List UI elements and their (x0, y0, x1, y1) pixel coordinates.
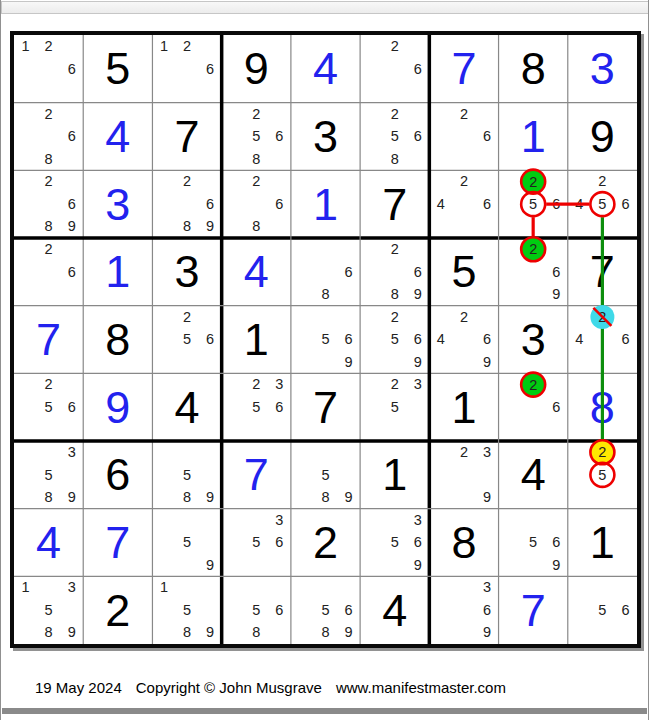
candidate-3 (545, 373, 568, 396)
cell-r9c6[interactable]: 4 (360, 576, 429, 644)
candidate-1 (499, 238, 522, 261)
candidate-3: 3 (406, 509, 429, 532)
cell-r2c1[interactable]: 268 (14, 103, 83, 171)
candidate-grid: 568 (222, 576, 291, 644)
candidate-1 (429, 576, 452, 599)
status-bar (2, 708, 647, 714)
candidate-grid: 26 (499, 373, 568, 441)
cell-r7c4[interactable]: 7 (222, 441, 291, 509)
cell-r8c2[interactable]: 7 (83, 509, 152, 577)
candidate-7 (14, 215, 37, 238)
candidate-4 (360, 58, 383, 81)
cell-r3c3[interactable]: 2689 (152, 170, 221, 238)
candidate-2: 2 (383, 103, 406, 126)
candidate-7 (499, 554, 522, 577)
candidate-7 (499, 215, 522, 238)
candidate-3 (475, 103, 498, 126)
cell-r6c8[interactable]: 26 (499, 373, 568, 441)
candidate-9: 9 (199, 215, 222, 238)
cell-r9c5[interactable]: 5689 (291, 576, 360, 644)
candidate-4 (14, 125, 37, 148)
candidate-3: 3 (475, 441, 498, 464)
candidate-9 (199, 80, 222, 103)
candidate-9 (475, 148, 498, 171)
cell-r8c8[interactable]: 569 (499, 509, 568, 577)
candidate-8 (383, 418, 406, 441)
candidate-3 (406, 35, 429, 58)
candidate-8: 8 (383, 283, 406, 306)
candidate-3 (268, 103, 291, 126)
candidate-6: 6 (337, 261, 360, 284)
candidate-8: 8 (176, 215, 199, 238)
candidate-7 (360, 80, 383, 103)
candidate-3 (337, 306, 360, 329)
candidate-2 (37, 441, 60, 464)
cell-r4c8[interactable]: 269 (499, 238, 568, 306)
title-bar (1, 1, 649, 14)
cell-r1c4[interactable]: 9 (222, 35, 291, 103)
cell-r6c5[interactable]: 7 (291, 373, 360, 441)
candidate-2: 2 (37, 35, 60, 58)
candidate-8 (383, 351, 406, 374)
candidate-5: 5 (37, 599, 60, 622)
candidate-9: 9 (406, 283, 429, 306)
candidate-3 (614, 170, 637, 193)
candidate-7 (568, 215, 591, 238)
cell-r4c2[interactable]: 1 (83, 238, 152, 306)
candidate-7 (152, 554, 175, 577)
candidate-6 (199, 531, 222, 554)
candidate-7 (499, 418, 522, 441)
cell-r8c1[interactable]: 4 (14, 509, 83, 577)
candidate-5: 5 (383, 531, 406, 554)
cell-value: 4 (14, 509, 83, 577)
candidate-4 (222, 193, 245, 216)
candidate-2: 2 (452, 441, 475, 464)
candidate-5: 5 (176, 464, 199, 487)
cell-r5c1[interactable]: 7 (14, 306, 83, 374)
cell-value: 1 (222, 306, 291, 374)
cell-r9c3[interactable]: 1589 (152, 576, 221, 644)
cell-r4c1[interactable]: 26 (14, 238, 83, 306)
candidate-9 (614, 215, 637, 238)
candidate-2: 2 (522, 170, 545, 193)
candidate-grid: 569 (499, 509, 568, 577)
footer-copyright: Copyright © John Musgrave (136, 679, 322, 696)
cell-value: 5 (83, 35, 152, 103)
candidate-7 (222, 148, 245, 171)
candidate-7 (14, 486, 37, 509)
cell-r9c1[interactable]: 13589 (14, 576, 83, 644)
candidate-4 (360, 531, 383, 554)
candidate-2: 2 (591, 441, 614, 464)
candidate-1 (14, 441, 37, 464)
candidate-6 (60, 464, 83, 487)
cell-r2c7[interactable]: 26 (429, 103, 498, 171)
cell-r2c3[interactable]: 7 (152, 103, 221, 171)
cell-r2c8[interactable]: 1 (499, 103, 568, 171)
cell-r3c2[interactable]: 3 (83, 170, 152, 238)
candidate-9: 9 (406, 554, 429, 577)
cell-r7c3[interactable]: 589 (152, 441, 221, 509)
candidate-6: 6 (406, 328, 429, 351)
candidate-1: 1 (14, 35, 37, 58)
candidate-1: 1 (14, 576, 37, 599)
cell-value: 9 (83, 373, 152, 441)
candidate-3 (545, 509, 568, 532)
candidate-5: 5 (37, 464, 60, 487)
cell-value: 8 (83, 306, 152, 374)
cell-r4c4[interactable]: 4 (222, 238, 291, 306)
candidate-grid: 239 (429, 441, 498, 509)
cell-r5c8[interactable]: 3 (499, 306, 568, 374)
cell-r4c6[interactable]: 2689 (360, 238, 429, 306)
candidate-5 (245, 193, 268, 216)
candidate-4 (360, 125, 383, 148)
candidate-4 (499, 396, 522, 419)
candidate-1 (360, 509, 383, 532)
candidate-8 (591, 215, 614, 238)
candidate-8 (591, 486, 614, 509)
candidate-2 (314, 306, 337, 329)
candidate-8 (37, 418, 60, 441)
candidate-6: 6 (475, 125, 498, 148)
cell-r7c9[interactable]: 25 (568, 441, 637, 509)
candidate-grid: 2689 (152, 170, 221, 238)
candidate-4 (152, 328, 175, 351)
cell-value: 4 (152, 373, 221, 441)
cell-r2c2[interactable]: 4 (83, 103, 152, 171)
cell-value: 1 (360, 441, 429, 509)
candidate-9 (614, 621, 637, 644)
candidate-7 (152, 351, 175, 374)
candidate-5 (452, 193, 475, 216)
candidate-8 (37, 80, 60, 103)
candidate-3 (614, 306, 637, 329)
candidate-grid: 269 (499, 238, 568, 306)
cell-r5c7[interactable]: 2469 (429, 306, 498, 374)
cell-r2c6[interactable]: 2568 (360, 103, 429, 171)
candidate-4 (14, 58, 37, 81)
cell-r8c5[interactable]: 2 (291, 509, 360, 577)
cell-r9c2[interactable]: 2 (83, 576, 152, 644)
candidate-8 (522, 554, 545, 577)
cell-r6c2[interactable]: 9 (83, 373, 152, 441)
candidate-3: 3 (268, 373, 291, 396)
candidate-4 (499, 531, 522, 554)
candidate-4 (429, 599, 452, 622)
candidate-4 (14, 464, 37, 487)
cell-r1c3[interactable]: 126 (152, 35, 221, 103)
candidate-2: 2 (522, 238, 545, 261)
candidate-grid: 5689 (291, 576, 360, 644)
candidate-2: 2 (37, 373, 60, 396)
candidate-6: 6 (60, 125, 83, 148)
cell-r9c8[interactable]: 7 (499, 576, 568, 644)
candidate-9 (268, 621, 291, 644)
candidate-9 (406, 148, 429, 171)
candidate-6: 6 (406, 261, 429, 284)
candidate-6 (199, 464, 222, 487)
candidate-5 (37, 193, 60, 216)
cell-r9c4[interactable]: 568 (222, 576, 291, 644)
candidate-grid: 589 (152, 441, 221, 509)
cell-r7c7[interactable]: 239 (429, 441, 498, 509)
cell-value: 6 (83, 441, 152, 509)
candidate-7 (222, 215, 245, 238)
cell-r3c6[interactable]: 7 (360, 170, 429, 238)
candidate-5: 5 (314, 328, 337, 351)
candidate-6: 6 (337, 599, 360, 622)
candidate-2: 2 (176, 35, 199, 58)
candidate-6 (337, 464, 360, 487)
candidate-4 (14, 193, 37, 216)
candidate-7 (222, 554, 245, 577)
candidate-grid: 235 (360, 373, 429, 441)
candidate-1 (14, 170, 37, 193)
cell-r7c2[interactable]: 6 (83, 441, 152, 509)
candidate-7 (152, 486, 175, 509)
candidate-3 (406, 103, 429, 126)
candidate-6: 6 (60, 58, 83, 81)
cell-r5c6[interactable]: 2569 (360, 306, 429, 374)
cell-r2c9[interactable]: 9 (568, 103, 637, 171)
candidate-4 (152, 464, 175, 487)
candidate-3 (60, 35, 83, 58)
cell-grid: 1265126942678326847256832568261926893268… (14, 35, 637, 644)
candidate-grid: 2689 (14, 170, 83, 238)
candidate-2 (176, 441, 199, 464)
candidate-1: 1 (152, 35, 175, 58)
cell-value: 2 (291, 509, 360, 577)
cell-r5c5[interactable]: 569 (291, 306, 360, 374)
candidate-2: 2 (383, 373, 406, 396)
cell-r6c7[interactable]: 1 (429, 373, 498, 441)
candidate-grid: 268 (14, 103, 83, 171)
candidate-9 (614, 351, 637, 374)
cell-r6c1[interactable]: 256 (14, 373, 83, 441)
candidate-grid: 13589 (14, 576, 83, 644)
cell-r8c7[interactable]: 8 (429, 509, 498, 577)
candidate-6: 6 (199, 193, 222, 216)
candidate-4: 4 (568, 193, 591, 216)
cell-r5c9[interactable]: 246 (568, 306, 637, 374)
candidate-9: 9 (545, 283, 568, 306)
cell-r1c2[interactable]: 5 (83, 35, 152, 103)
candidate-grid: 2569 (360, 306, 429, 374)
cell-r4c5[interactable]: 68 (291, 238, 360, 306)
candidate-grid: 2469 (429, 306, 498, 374)
candidate-4 (429, 125, 452, 148)
candidate-9: 9 (475, 486, 498, 509)
candidate-2 (245, 509, 268, 532)
candidate-4 (222, 531, 245, 554)
candidate-3 (406, 238, 429, 261)
candidate-8 (245, 418, 268, 441)
cell-r3c4[interactable]: 268 (222, 170, 291, 238)
candidate-2: 2 (522, 373, 545, 396)
candidate-5: 5 (383, 396, 406, 419)
cell-r5c4[interactable]: 1 (222, 306, 291, 374)
candidate-9: 9 (337, 486, 360, 509)
cell-value: 7 (152, 103, 221, 171)
cell-r4c7[interactable]: 5 (429, 238, 498, 306)
candidate-8 (383, 80, 406, 103)
candidate-2: 2 (37, 238, 60, 261)
candidate-5: 5 (383, 328, 406, 351)
candidate-8 (314, 351, 337, 374)
candidate-1 (429, 170, 452, 193)
cell-r1c5[interactable]: 4 (291, 35, 360, 103)
cell-r4c3[interactable]: 3 (152, 238, 221, 306)
candidate-7 (429, 621, 452, 644)
candidate-4: 4 (429, 193, 452, 216)
cell-value: 4 (360, 576, 429, 644)
candidate-3 (545, 238, 568, 261)
candidate-5: 5 (37, 396, 60, 419)
candidate-9 (337, 283, 360, 306)
candidate-2 (383, 509, 406, 532)
candidate-6 (614, 464, 637, 487)
candidate-6: 6 (614, 599, 637, 622)
candidate-7 (568, 351, 591, 374)
cell-r3c7[interactable]: 246 (429, 170, 498, 238)
candidate-2: 2 (176, 170, 199, 193)
cell-r5c3[interactable]: 256 (152, 306, 221, 374)
cell-r1c9[interactable]: 3 (568, 35, 637, 103)
cell-r6c6[interactable]: 235 (360, 373, 429, 441)
cell-r9c7[interactable]: 369 (429, 576, 498, 644)
candidate-1 (152, 509, 175, 532)
candidate-5 (383, 58, 406, 81)
candidate-1 (360, 103, 383, 126)
cell-r8c4[interactable]: 356 (222, 509, 291, 577)
candidate-9 (406, 418, 429, 441)
candidate-1 (222, 576, 245, 599)
candidate-6: 6 (406, 125, 429, 148)
candidate-9 (268, 148, 291, 171)
candidate-1 (568, 306, 591, 329)
candidate-9: 9 (60, 621, 83, 644)
candidate-7 (291, 283, 314, 306)
candidate-3 (268, 576, 291, 599)
candidate-3 (60, 373, 83, 396)
candidate-4 (360, 261, 383, 284)
cell-value: 4 (222, 238, 291, 306)
cell-r1c1[interactable]: 126 (14, 35, 83, 103)
cell-value: 9 (222, 35, 291, 103)
cell-r7c5[interactable]: 589 (291, 441, 360, 509)
candidate-1 (222, 170, 245, 193)
candidate-2: 2 (37, 170, 60, 193)
candidate-4 (14, 261, 37, 284)
candidate-8: 8 (37, 621, 60, 644)
cell-r9c9[interactable]: 56 (568, 576, 637, 644)
cell-r2c4[interactable]: 2568 (222, 103, 291, 171)
candidate-9 (268, 554, 291, 577)
candidate-grid: 126 (152, 35, 221, 103)
candidate-9 (406, 80, 429, 103)
candidate-4 (568, 464, 591, 487)
candidate-9: 9 (406, 351, 429, 374)
candidate-3 (199, 509, 222, 532)
candidate-8: 8 (383, 148, 406, 171)
candidate-8 (452, 486, 475, 509)
cell-r4c9[interactable]: 7 (568, 238, 637, 306)
cell-r3c5[interactable]: 1 (291, 170, 360, 238)
candidate-6 (199, 599, 222, 622)
candidate-1 (429, 306, 452, 329)
candidate-9 (268, 215, 291, 238)
cell-r1c8[interactable]: 8 (499, 35, 568, 103)
candidate-9: 9 (199, 554, 222, 577)
cell-value: 1 (291, 170, 360, 238)
candidate-4 (152, 599, 175, 622)
candidate-9: 9 (60, 486, 83, 509)
cell-r8c6[interactable]: 3569 (360, 509, 429, 577)
window-border-left (0, 0, 1, 720)
candidate-5: 5 (591, 193, 614, 216)
candidate-4 (291, 464, 314, 487)
candidate-5 (37, 125, 60, 148)
candidate-6: 6 (60, 193, 83, 216)
cell-r2c5[interactable]: 3 (291, 103, 360, 171)
candidate-3 (614, 576, 637, 599)
candidate-9 (545, 215, 568, 238)
candidate-6 (60, 599, 83, 622)
candidate-7 (429, 351, 452, 374)
candidate-5 (452, 599, 475, 622)
candidate-8: 8 (245, 621, 268, 644)
candidate-3 (60, 103, 83, 126)
cell-value: 7 (499, 576, 568, 644)
cell-r3c1[interactable]: 2689 (14, 170, 83, 238)
candidate-8 (522, 215, 545, 238)
candidate-9 (614, 486, 637, 509)
cell-r3c8[interactable]: 256 (499, 170, 568, 238)
candidate-4 (499, 193, 522, 216)
candidate-6: 6 (406, 531, 429, 554)
candidate-8 (522, 283, 545, 306)
candidate-5 (452, 464, 475, 487)
candidate-7 (429, 486, 452, 509)
cell-r7c8[interactable]: 4 (499, 441, 568, 509)
cell-r1c6[interactable]: 26 (360, 35, 429, 103)
cell-value: 9 (568, 103, 637, 171)
cell-value: 1 (499, 103, 568, 171)
cell-r8c3[interactable]: 59 (152, 509, 221, 577)
candidate-8 (452, 148, 475, 171)
candidate-7 (291, 486, 314, 509)
cell-r6c9[interactable]: 8 (568, 373, 637, 441)
candidate-1 (291, 441, 314, 464)
candidate-7 (14, 80, 37, 103)
cell-r7c1[interactable]: 3589 (14, 441, 83, 509)
candidate-9 (60, 418, 83, 441)
candidate-5: 5 (176, 328, 199, 351)
cell-r3c9[interactable]: 2456 (568, 170, 637, 238)
cell-r1c7[interactable]: 7 (429, 35, 498, 103)
cell-r8c9[interactable]: 1 (568, 509, 637, 577)
cell-r6c4[interactable]: 2356 (222, 373, 291, 441)
cell-r6c3[interactable]: 4 (152, 373, 221, 441)
candidate-4 (222, 125, 245, 148)
cell-r5c2[interactable]: 8 (83, 306, 152, 374)
cell-value: 7 (14, 306, 83, 374)
candidate-6: 6 (545, 396, 568, 419)
candidate-4: 4 (568, 328, 591, 351)
cell-r7c6[interactable]: 1 (360, 441, 429, 509)
